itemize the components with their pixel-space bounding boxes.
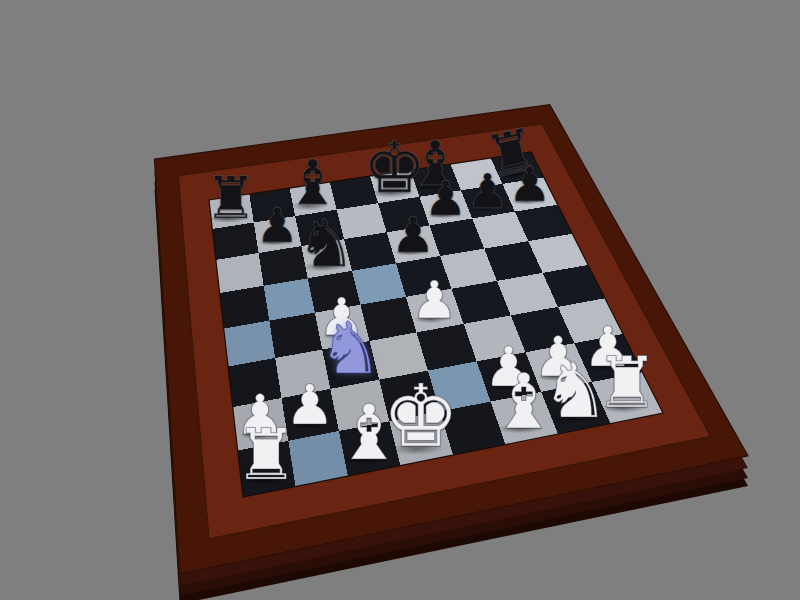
piece-black-knight-c6[interactable]: ♞	[297, 217, 356, 268]
chessboard-3d	[0, 0, 800, 600]
piece-white-pawn-e4[interactable]: ♟	[411, 281, 458, 322]
piece-white-bishop-f1[interactable]: ♝	[490, 371, 558, 430]
piece-black-pawn-h7[interactable]: ♟	[508, 166, 551, 203]
piece-white-rook-a1[interactable]: ♜	[234, 427, 298, 482]
piece-white-bishop-c1[interactable]: ♝	[335, 402, 403, 461]
piece-white-knight-c3-selected[interactable]: ♞	[318, 321, 382, 377]
piece-black-king-e8[interactable]: ♚	[363, 140, 427, 195]
piece-black-pawn-e6[interactable]: ♟	[391, 216, 435, 254]
piece-black-pawn-g7[interactable]: ♟	[466, 173, 509, 210]
piece-black-pawn-b7[interactable]: ♟	[256, 207, 299, 244]
chess-scene: ♜♝♚♟♝♟♟♜♟♟♞♟♟♟♞♟♟♜♞♟♝♟♚♝♜	[0, 0, 800, 600]
piece-black-rook-a8[interactable]: ♜	[205, 175, 257, 220]
